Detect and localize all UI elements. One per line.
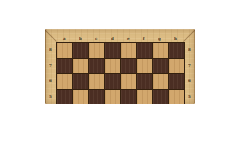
square-c8 <box>89 43 104 58</box>
square-h5 <box>169 90 184 105</box>
square-e6 <box>121 74 136 89</box>
square-f8 <box>137 43 152 58</box>
square-g5 <box>153 90 168 105</box>
rank-labels-right: 8765 <box>185 42 196 104</box>
file-label-e: e <box>127 36 130 40</box>
square-a6 <box>57 74 72 89</box>
square-a7 <box>57 59 72 74</box>
square-h7 <box>169 59 184 74</box>
square-e7 <box>121 59 136 74</box>
rank-label-left-5: 5 <box>49 94 52 98</box>
square-d6 <box>105 74 120 89</box>
chessboard-product-photo: abcdefgh 8765 8765 <box>45 29 195 104</box>
square-b8 <box>73 43 88 58</box>
square-a5 <box>57 90 72 105</box>
square-d8 <box>105 43 120 58</box>
square-g7 <box>153 59 168 74</box>
square-e8 <box>121 43 136 58</box>
square-f5 <box>137 90 152 105</box>
rank-label-left-8: 8 <box>49 48 52 52</box>
rank-label-right-7: 7 <box>188 63 191 67</box>
rank-label-right-6: 6 <box>188 79 191 83</box>
rank-label-left-7: 7 <box>49 63 52 67</box>
square-f7 <box>137 59 152 74</box>
square-b7 <box>73 59 88 74</box>
square-e5 <box>121 90 136 105</box>
file-label-c: c <box>95 36 97 40</box>
file-label-h: h <box>174 36 177 40</box>
square-b5 <box>73 90 88 105</box>
square-g6 <box>153 74 168 89</box>
file-label-a: a <box>63 36 66 40</box>
square-h8 <box>169 43 184 58</box>
rank-label-left-6: 6 <box>49 79 52 83</box>
frame-miter-joint-right <box>183 29 195 42</box>
square-c5 <box>89 90 104 105</box>
square-c6 <box>89 74 104 89</box>
file-label-b: b <box>79 36 82 40</box>
file-label-f: f <box>143 36 145 40</box>
square-g8 <box>153 43 168 58</box>
file-label-d: d <box>111 36 114 40</box>
board-playfield <box>56 42 185 104</box>
square-d7 <box>105 59 120 74</box>
frame-miter-joint-left <box>45 29 57 42</box>
board-grid <box>57 43 184 104</box>
square-c7 <box>89 59 104 74</box>
rank-label-right-8: 8 <box>188 48 191 52</box>
file-labels: abcdefgh <box>57 34 184 42</box>
square-a8 <box>57 43 72 58</box>
file-label-g: g <box>158 36 161 40</box>
rank-label-right-5: 5 <box>188 94 191 98</box>
square-d5 <box>105 90 120 105</box>
rank-labels-left: 8765 <box>45 42 56 104</box>
square-b6 <box>73 74 88 89</box>
square-f6 <box>137 74 152 89</box>
square-h6 <box>169 74 184 89</box>
